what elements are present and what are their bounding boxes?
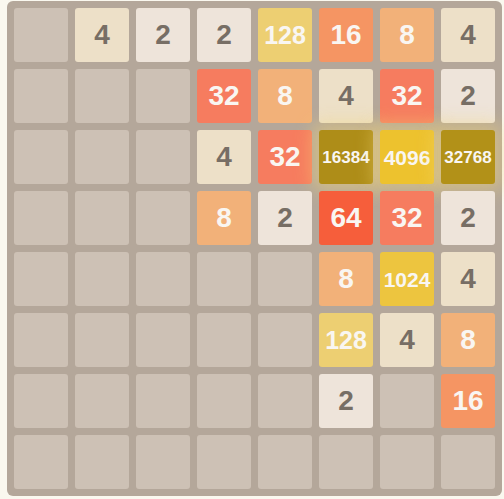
tile-32-r4c7: 32 [380, 191, 434, 245]
tile-4-r3c4: 4 [197, 130, 251, 184]
tile-32-r2c4: 32 [197, 69, 251, 123]
empty-cell-r5c5 [258, 252, 312, 306]
empty-cell-r3c2 [75, 130, 129, 184]
tile-4-r1c2: 4 [75, 8, 129, 62]
tile-2-r1c3: 2 [136, 8, 190, 62]
empty-cell-r2c2 [75, 69, 129, 123]
tile-2-r2c8: 2 [441, 69, 495, 123]
tile-128-r1c5: 128 [258, 8, 312, 62]
tile-2-r7c6: 2 [319, 374, 373, 428]
empty-cell-r7c7 [380, 374, 434, 428]
empty-cell-r6c1 [14, 313, 68, 367]
tile-2-r1c4: 2 [197, 8, 251, 62]
empty-cell-r4c3 [136, 191, 190, 245]
tile-16-r1c6: 16 [319, 8, 373, 62]
empty-cell-r5c2 [75, 252, 129, 306]
empty-cell-r7c3 [136, 374, 190, 428]
tile-32-r3c5: 32 [258, 130, 312, 184]
tile-128-r6c6: 128 [319, 313, 373, 367]
empty-cell-r6c2 [75, 313, 129, 367]
tile-2-r4c5: 2 [258, 191, 312, 245]
game-board-2048[interactable]: 4221281684328432243216384409632768826432… [7, 1, 502, 496]
empty-cell-r8c1 [14, 435, 68, 489]
empty-cell-r6c3 [136, 313, 190, 367]
empty-cell-r8c3 [136, 435, 190, 489]
tile-32-r2c7: 32 [380, 69, 434, 123]
empty-cell-r5c1 [14, 252, 68, 306]
tile-4-r5c8: 4 [441, 252, 495, 306]
tile-4-r1c8: 4 [441, 8, 495, 62]
tile-8-r1c7: 8 [380, 8, 434, 62]
empty-cell-r8c6 [319, 435, 373, 489]
tile-8-r5c6: 8 [319, 252, 373, 306]
empty-cell-r4c2 [75, 191, 129, 245]
tile-4096-r3c7: 4096 [380, 130, 434, 184]
empty-cell-r8c5 [258, 435, 312, 489]
empty-cell-r2c3 [136, 69, 190, 123]
tile-2-r4c8: 2 [441, 191, 495, 245]
empty-cell-r6c4 [197, 313, 251, 367]
empty-cell-r5c4 [197, 252, 251, 306]
empty-cell-r1c1 [14, 8, 68, 62]
empty-cell-r8c4 [197, 435, 251, 489]
empty-cell-r6c5 [258, 313, 312, 367]
tile-32768-r3c8: 32768 [441, 130, 495, 184]
empty-cell-r2c1 [14, 69, 68, 123]
tile-64-r4c6: 64 [319, 191, 373, 245]
empty-cell-r3c1 [14, 130, 68, 184]
tile-8-r2c5: 8 [258, 69, 312, 123]
empty-cell-r5c3 [136, 252, 190, 306]
empty-cell-r3c3 [136, 130, 190, 184]
empty-cell-r8c8 [441, 435, 495, 489]
tile-16384-r3c6: 16384 [319, 130, 373, 184]
tile-4-r6c7: 4 [380, 313, 434, 367]
tile-8-r4c4: 8 [197, 191, 251, 245]
tile-1024-r5c7: 1024 [380, 252, 434, 306]
empty-cell-r8c7 [380, 435, 434, 489]
tile-8-r6c8: 8 [441, 313, 495, 367]
empty-cell-r8c2 [75, 435, 129, 489]
tile-16-r7c8: 16 [441, 374, 495, 428]
tile-4-r2c6: 4 [319, 69, 373, 123]
empty-cell-r7c5 [258, 374, 312, 428]
empty-cell-r7c1 [14, 374, 68, 428]
empty-cell-r7c4 [197, 374, 251, 428]
empty-cell-r7c2 [75, 374, 129, 428]
empty-cell-r4c1 [14, 191, 68, 245]
